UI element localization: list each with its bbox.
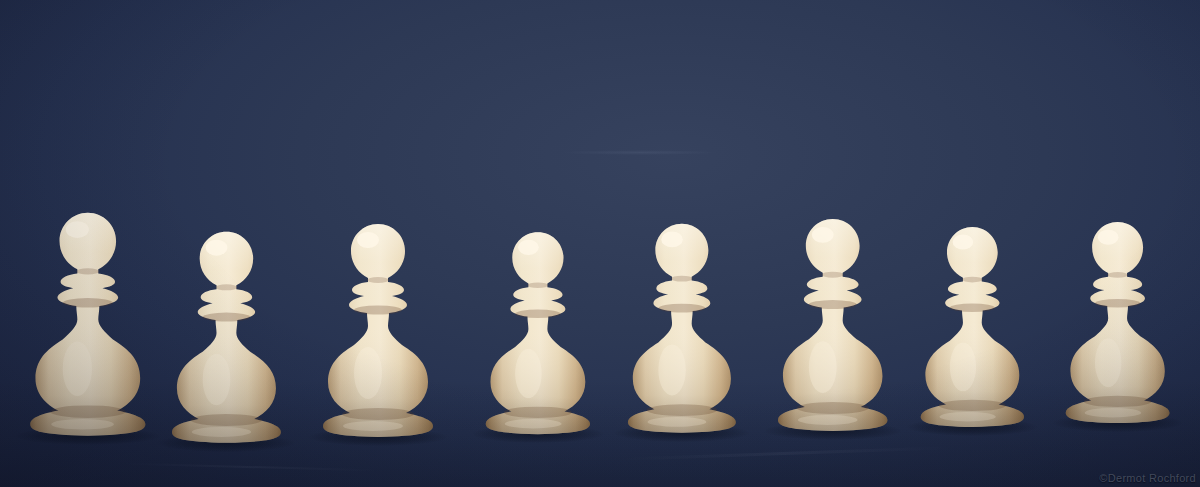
white-pawn-figure <box>481 217 595 445</box>
white-pawn-3 <box>318 208 438 448</box>
white-pawn-figure <box>318 208 438 448</box>
white-pawn-2 <box>167 216 286 454</box>
white-pawn-figure <box>1061 207 1174 433</box>
white-pawn-figure <box>623 208 741 443</box>
white-pawn-figure <box>916 212 1029 437</box>
background-scratch <box>620 446 950 461</box>
white-pawn-1 <box>25 196 151 447</box>
white-pawn-figure <box>25 196 151 447</box>
copyright-watermark: ©Dermot Rochford <box>1099 472 1196 484</box>
white-pawn-7 <box>916 212 1029 437</box>
background-scratch <box>120 463 380 472</box>
photograph-chess-pawns: ©Dermot Rochford <box>0 0 1200 487</box>
white-pawn-6 <box>773 203 892 442</box>
white-pawn-5 <box>623 208 741 443</box>
background-sheen <box>560 150 720 155</box>
white-pawn-figure <box>167 216 286 454</box>
white-pawn-8 <box>1061 207 1174 433</box>
white-pawn-figure <box>773 203 892 442</box>
white-pawn-4 <box>481 217 595 445</box>
